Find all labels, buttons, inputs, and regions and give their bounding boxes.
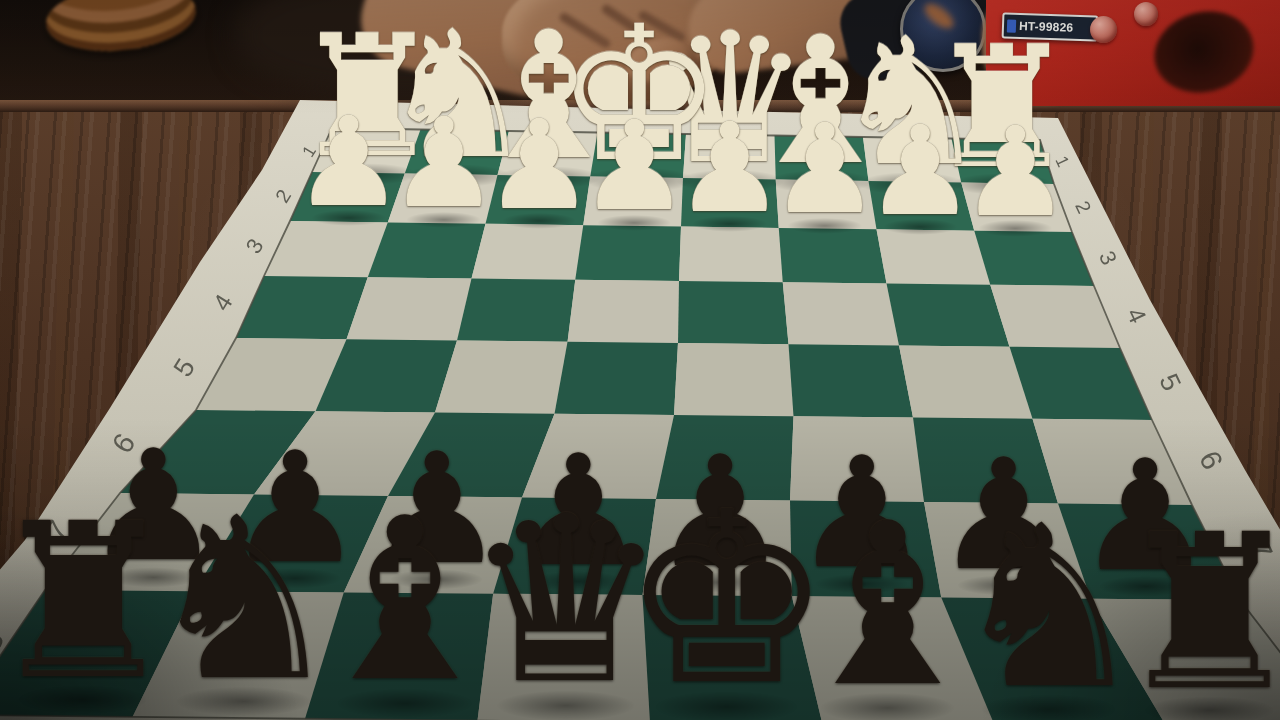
square-f1 xyxy=(498,131,598,177)
square-c7 xyxy=(790,501,941,598)
square-f2 xyxy=(486,175,591,225)
square-f5 xyxy=(435,341,568,414)
square-g2 xyxy=(388,174,498,224)
square-g3 xyxy=(368,222,486,278)
square-e8 xyxy=(478,594,651,720)
square-d4 xyxy=(678,281,789,344)
square-f3 xyxy=(472,224,584,280)
square-c1 xyxy=(775,136,869,182)
square-d5 xyxy=(674,343,794,416)
square-e3 xyxy=(575,225,681,281)
photo-stage: HT-99826 123456781234567 ♜♞♝♚♛♝♞♜♟♟♟♟♟♟♟… xyxy=(0,0,1280,720)
square-b4 xyxy=(887,284,1010,347)
square-e5 xyxy=(555,342,679,415)
square-b3 xyxy=(877,229,991,285)
square-c5 xyxy=(789,344,914,417)
square-g1 xyxy=(405,130,509,176)
square-d2 xyxy=(681,178,779,228)
square-d7 xyxy=(643,499,792,596)
chess-board: 123456781234567 xyxy=(0,0,1280,720)
square-e2 xyxy=(583,177,683,227)
square-f4 xyxy=(457,279,575,342)
square-a1 xyxy=(952,139,1055,185)
square-c3 xyxy=(779,228,887,284)
square-e4 xyxy=(568,280,680,343)
square-b2 xyxy=(869,181,975,231)
square-g4 xyxy=(347,277,472,340)
square-b5 xyxy=(899,346,1033,419)
square-e1 xyxy=(590,133,686,179)
square-c4 xyxy=(783,282,899,345)
square-d1 xyxy=(683,134,776,180)
square-c2 xyxy=(776,180,877,230)
square-d3 xyxy=(679,227,783,283)
square-d6 xyxy=(656,415,794,501)
square-d8 xyxy=(643,595,823,720)
square-b1 xyxy=(863,137,961,183)
square-c6 xyxy=(790,416,924,502)
